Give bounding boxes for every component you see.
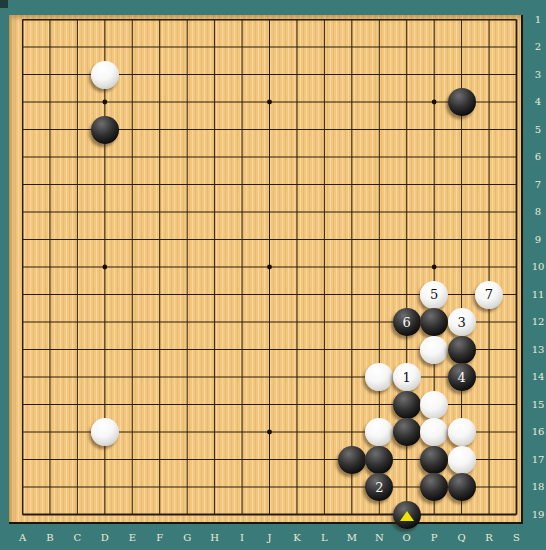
- stone-M17: [338, 446, 366, 474]
- row-label-7: 7: [528, 178, 546, 192]
- row-label-2: 2: [528, 40, 546, 54]
- stone-O15: [393, 391, 421, 419]
- star-point: [432, 265, 437, 270]
- row-label-8: 8: [528, 205, 546, 219]
- row-label-14: 14: [528, 370, 546, 384]
- column-label-J: J: [260, 531, 280, 545]
- move-number-label: 5: [430, 288, 438, 301]
- move-number-label: 3: [457, 316, 465, 329]
- row-label-11: 11: [528, 288, 546, 302]
- row-label-19: 19: [528, 508, 546, 522]
- row-label-17: 17: [528, 453, 546, 467]
- stone-Q18: [448, 473, 476, 501]
- goban[interactable]: 5763142: [9, 15, 523, 524]
- star-point: [432, 100, 437, 105]
- column-label-O: O: [397, 531, 417, 545]
- stone-P13: [420, 336, 448, 364]
- column-label-A: A: [13, 531, 33, 545]
- stone-Q14: 4: [448, 363, 476, 391]
- column-label-R: R: [479, 531, 499, 545]
- stone-D3: [91, 61, 119, 89]
- go-board-frame: 5763142 ABCDEFGHIJKLMNOPQRS 123456789101…: [0, 0, 546, 550]
- star-point: [267, 430, 272, 435]
- stone-Q17: [448, 446, 476, 474]
- column-label-C: C: [67, 531, 87, 545]
- row-label-10: 10: [528, 260, 546, 274]
- column-label-K: K: [287, 531, 307, 545]
- row-label-4: 4: [528, 95, 546, 109]
- column-label-E: E: [122, 531, 142, 545]
- stone-O12: 6: [393, 308, 421, 336]
- column-label-I: I: [232, 531, 252, 545]
- row-label-13: 13: [528, 343, 546, 357]
- move-number-label: 2: [375, 481, 383, 494]
- stone-O19: [393, 501, 421, 529]
- column-label-B: B: [40, 531, 60, 545]
- move-number-label: 1: [403, 371, 411, 384]
- stone-D16: [91, 418, 119, 446]
- star-point: [102, 265, 107, 270]
- column-label-H: H: [205, 531, 225, 545]
- column-label-G: G: [177, 531, 197, 545]
- row-label-16: 16: [528, 425, 546, 439]
- stone-Q12: 3: [448, 308, 476, 336]
- stone-Q4: [448, 88, 476, 116]
- star-point: [102, 100, 107, 105]
- stone-O16: [393, 418, 421, 446]
- column-label-N: N: [369, 531, 389, 545]
- row-label-3: 3: [528, 68, 546, 82]
- row-label-18: 18: [528, 480, 546, 494]
- stone-Q13: [448, 336, 476, 364]
- star-point: [267, 265, 272, 270]
- stone-P16: [420, 418, 448, 446]
- column-label-P: P: [424, 531, 444, 545]
- column-label-F: F: [150, 531, 170, 545]
- stone-P15: [420, 391, 448, 419]
- stone-P17: [420, 446, 448, 474]
- row-label-1: 1: [528, 13, 546, 27]
- row-label-9: 9: [528, 233, 546, 247]
- column-label-S: S: [507, 531, 527, 545]
- row-label-5: 5: [528, 123, 546, 137]
- row-label-15: 15: [528, 398, 546, 412]
- row-label-12: 12: [528, 315, 546, 329]
- move-number-label: 4: [457, 371, 465, 384]
- column-label-D: D: [95, 531, 115, 545]
- move-number-label: 7: [485, 288, 493, 301]
- stone-N17: [365, 446, 393, 474]
- stone-R11: 7: [475, 281, 503, 309]
- star-point: [267, 100, 272, 105]
- last-move-triangle-icon: [400, 511, 414, 521]
- stone-Q16: [448, 418, 476, 446]
- stone-D5: [91, 116, 119, 144]
- move-number-label: 6: [403, 316, 411, 329]
- corner-mark: [0, 0, 8, 8]
- stone-P12: [420, 308, 448, 336]
- row-label-6: 6: [528, 150, 546, 164]
- column-label-L: L: [314, 531, 334, 545]
- stone-P11: 5: [420, 281, 448, 309]
- column-label-M: M: [342, 531, 362, 545]
- stone-P18: [420, 473, 448, 501]
- column-label-Q: Q: [452, 531, 472, 545]
- stone-O14: 1: [393, 363, 421, 391]
